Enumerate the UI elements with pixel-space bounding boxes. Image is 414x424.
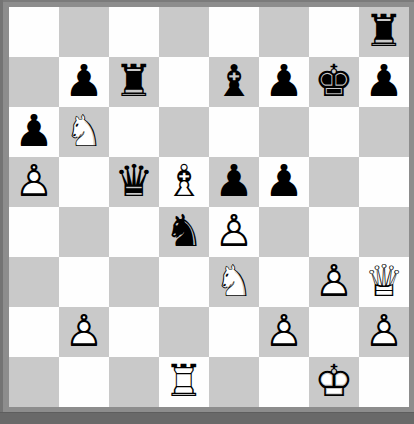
square-f1[interactable]: [259, 357, 309, 407]
square-a5[interactable]: ♟♙: [9, 157, 59, 207]
square-a6[interactable]: ♟: [9, 107, 59, 157]
white-pawn-glyph: ♟: [264, 309, 303, 353]
square-d5[interactable]: ♝♗: [159, 157, 209, 207]
square-b6[interactable]: ♞♘: [59, 107, 109, 157]
square-c1[interactable]: [109, 357, 159, 407]
square-d3[interactable]: [159, 257, 209, 307]
white-pawn-glyph: ♟: [314, 259, 353, 303]
square-g2[interactable]: [309, 307, 359, 357]
white-rook-glyph: ♜: [164, 359, 203, 403]
white-queen-piece: ♛♕: [359, 257, 409, 307]
white-knight-glyph: ♞: [64, 109, 103, 153]
square-h3[interactable]: ♛♕: [359, 257, 409, 307]
white-knight-piece: ♞♘: [209, 257, 259, 307]
black-pawn-glyph: ♟: [264, 59, 303, 103]
square-e5[interactable]: ♟: [209, 157, 259, 207]
white-pawn-outline-glyph: ♙: [264, 309, 303, 353]
square-d8[interactable]: [159, 7, 209, 57]
square-a7[interactable]: [9, 57, 59, 107]
black-king-piece: ♚: [309, 57, 359, 107]
square-h4[interactable]: [359, 207, 409, 257]
white-pawn-piece: ♟♙: [259, 307, 309, 357]
black-pawn-glyph: ♟: [64, 59, 103, 103]
black-pawn-glyph: ♟: [14, 109, 53, 153]
square-f6[interactable]: [259, 107, 309, 157]
square-b5[interactable]: [59, 157, 109, 207]
square-f2[interactable]: ♟♙: [259, 307, 309, 357]
square-h1[interactable]: [359, 357, 409, 407]
square-c5[interactable]: ♛: [109, 157, 159, 207]
square-g4[interactable]: [309, 207, 359, 257]
square-d2[interactable]: [159, 307, 209, 357]
black-pawn-glyph: ♟: [364, 59, 403, 103]
square-h2[interactable]: ♟♙: [359, 307, 409, 357]
square-d7[interactable]: [159, 57, 209, 107]
square-a2[interactable]: [9, 307, 59, 357]
square-c2[interactable]: [109, 307, 159, 357]
square-f5[interactable]: ♟: [259, 157, 309, 207]
square-a3[interactable]: [9, 257, 59, 307]
white-pawn-piece: ♟♙: [359, 307, 409, 357]
square-d1[interactable]: ♜♖: [159, 357, 209, 407]
white-pawn-outline-glyph: ♙: [214, 209, 253, 253]
chess-board: ♜♟♜♝♟♚♟♟♞♘♟♙♛♝♗♟♟♞♟♙♞♘♟♙♛♕♟♙♟♙♟♙♜♖♚♔: [9, 7, 409, 407]
square-h7[interactable]: ♟: [359, 57, 409, 107]
black-bishop-glyph: ♝: [214, 59, 253, 103]
black-pawn-piece: ♟: [259, 157, 309, 207]
square-d4[interactable]: ♞: [159, 207, 209, 257]
black-rook-glyph: ♜: [364, 9, 403, 53]
white-knight-outline-glyph: ♘: [214, 259, 253, 303]
square-b3[interactable]: [59, 257, 109, 307]
white-pawn-piece: ♟♙: [309, 257, 359, 307]
frame-left-edge: [0, 0, 3, 424]
square-g7[interactable]: ♚: [309, 57, 359, 107]
square-g6[interactable]: [309, 107, 359, 157]
white-king-outline-glyph: ♔: [314, 359, 353, 403]
black-pawn-piece: ♟: [259, 57, 309, 107]
square-e1[interactable]: [209, 357, 259, 407]
square-c3[interactable]: [109, 257, 159, 307]
white-queen-glyph: ♛: [364, 259, 403, 303]
black-king-glyph: ♚: [314, 59, 353, 103]
white-pawn-outline-glyph: ♙: [364, 309, 403, 353]
square-c8[interactable]: [109, 7, 159, 57]
white-rook-piece: ♜♖: [159, 357, 209, 407]
square-b8[interactable]: [59, 7, 109, 57]
square-b7[interactable]: ♟: [59, 57, 109, 107]
white-king-glyph: ♚: [314, 359, 353, 403]
square-f4[interactable]: [259, 207, 309, 257]
black-knight-piece: ♞: [159, 207, 209, 257]
square-e8[interactable]: [209, 7, 259, 57]
square-g1[interactable]: ♚♔: [309, 357, 359, 407]
square-d6[interactable]: [159, 107, 209, 157]
square-f3[interactable]: [259, 257, 309, 307]
white-rook-outline-glyph: ♖: [164, 359, 203, 403]
white-knight-piece: ♞♘: [59, 107, 109, 157]
black-pawn-piece: ♟: [209, 157, 259, 207]
board-shadow-bar: [0, 412, 414, 424]
square-f7[interactable]: ♟: [259, 57, 309, 107]
black-rook-glyph: ♜: [114, 59, 153, 103]
black-pawn-piece: ♟: [9, 107, 59, 157]
black-pawn-piece: ♟: [59, 57, 109, 107]
chess-diagram: ♜♟♜♝♟♚♟♟♞♘♟♙♛♝♗♟♟♞♟♙♞♘♟♙♛♕♟♙♟♙♟♙♜♖♚♔: [0, 0, 414, 424]
black-bishop-piece: ♝: [209, 57, 259, 107]
white-pawn-glyph: ♟: [364, 309, 403, 353]
square-h6[interactable]: [359, 107, 409, 157]
square-f8[interactable]: [259, 7, 309, 57]
white-pawn-glyph: ♟: [214, 209, 253, 253]
white-knight-outline-glyph: ♘: [64, 109, 103, 153]
square-h5[interactable]: [359, 157, 409, 207]
white-pawn-piece: ♟♙: [9, 157, 59, 207]
white-queen-outline-glyph: ♕: [364, 259, 403, 303]
square-e4[interactable]: ♟♙: [209, 207, 259, 257]
black-rook-piece: ♜: [109, 57, 159, 107]
black-pawn-piece: ♟: [359, 57, 409, 107]
square-e2[interactable]: [209, 307, 259, 357]
white-pawn-glyph: ♟: [14, 159, 53, 203]
white-king-piece: ♚♔: [309, 357, 359, 407]
square-h8[interactable]: ♜: [359, 7, 409, 57]
white-pawn-glyph: ♟: [64, 309, 103, 353]
white-pawn-piece: ♟♙: [209, 207, 259, 257]
square-b1[interactable]: [59, 357, 109, 407]
black-queen-piece: ♛: [109, 157, 159, 207]
white-bishop-piece: ♝♗: [159, 157, 209, 207]
square-c7[interactable]: ♜: [109, 57, 159, 107]
square-a1[interactable]: [9, 357, 59, 407]
square-b4[interactable]: [59, 207, 109, 257]
square-g3[interactable]: ♟♙: [309, 257, 359, 307]
white-bishop-glyph: ♝: [164, 159, 203, 203]
black-rook-piece: ♜: [359, 7, 409, 57]
white-pawn-outline-glyph: ♙: [64, 309, 103, 353]
square-a8[interactable]: [9, 7, 59, 57]
square-e3[interactable]: ♞♘: [209, 257, 259, 307]
black-knight-glyph: ♞: [164, 209, 203, 253]
black-pawn-glyph: ♟: [264, 159, 303, 203]
white-knight-glyph: ♞: [214, 259, 253, 303]
white-pawn-outline-glyph: ♙: [314, 259, 353, 303]
square-e7[interactable]: ♝: [209, 57, 259, 107]
white-bishop-outline-glyph: ♗: [164, 159, 203, 203]
square-g8[interactable]: [309, 7, 359, 57]
square-c6[interactable]: [109, 107, 159, 157]
frame-top-edge: [0, 0, 414, 2]
square-b2[interactable]: ♟♙: [59, 307, 109, 357]
square-e6[interactable]: [209, 107, 259, 157]
black-pawn-glyph: ♟: [214, 159, 253, 203]
square-c4[interactable]: [109, 207, 159, 257]
black-queen-glyph: ♛: [114, 159, 153, 203]
square-a4[interactable]: [9, 207, 59, 257]
white-pawn-piece: ♟♙: [59, 307, 109, 357]
square-g5[interactable]: [309, 157, 359, 207]
white-pawn-outline-glyph: ♙: [14, 159, 53, 203]
